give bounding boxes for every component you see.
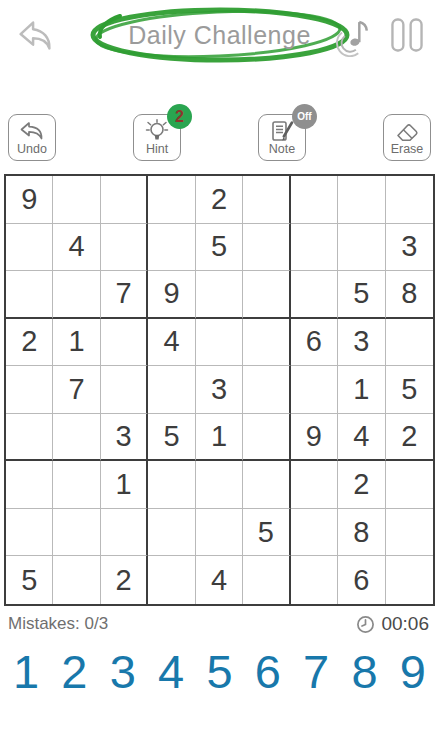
cell-r1c8[interactable] (338, 176, 385, 224)
cell-r4c3[interactable] (101, 319, 148, 367)
numpad-5[interactable]: 5 (206, 645, 232, 699)
cell-r4c5[interactable] (196, 319, 243, 367)
cell-r8c1[interactable] (6, 509, 53, 557)
cell-r8c9[interactable] (386, 509, 433, 557)
cell-r7c3[interactable]: 1 (101, 461, 148, 509)
pause-icon[interactable] (387, 12, 427, 58)
hint-bulb-icon (143, 119, 171, 145)
note-pencil-icon (268, 119, 296, 145)
cell-r3c5[interactable] (196, 271, 243, 319)
erase-label: Erase (391, 143, 424, 157)
cell-r2c9[interactable]: 3 (386, 224, 433, 272)
numpad-7[interactable]: 7 (303, 645, 329, 699)
mistakes-label: Mistakes: (8, 614, 80, 633)
cell-r1c4[interactable] (148, 176, 195, 224)
cell-r9c6[interactable] (243, 556, 290, 604)
numpad-4[interactable]: 4 (158, 645, 184, 699)
cell-r5c6[interactable] (243, 366, 290, 414)
erase-button[interactable]: Erase (383, 114, 431, 161)
cell-r2c2[interactable]: 4 (53, 224, 100, 272)
cell-r8c3[interactable] (101, 509, 148, 557)
cell-r1c2[interactable] (53, 176, 100, 224)
numpad: 123456789 (0, 645, 439, 699)
cell-r8c7[interactable] (291, 509, 338, 557)
numpad-1[interactable]: 1 (13, 645, 39, 699)
cell-r8c2[interactable] (53, 509, 100, 557)
hint-count-badge: 2 (167, 104, 192, 129)
hint-button[interactable]: 2 Hint (133, 114, 181, 161)
mistakes-counter: Mistakes: 0/3 (8, 614, 108, 634)
cell-r9c9[interactable] (386, 556, 433, 604)
top-bar: Daily Challenge (0, 0, 439, 70)
numpad-6[interactable]: 6 (255, 645, 281, 699)
cell-r3c6[interactable] (243, 271, 290, 319)
cell-r2c5[interactable]: 5 (196, 224, 243, 272)
cell-r1c3[interactable] (101, 176, 148, 224)
cell-r3c7[interactable] (291, 271, 338, 319)
cell-r6c1[interactable] (6, 414, 53, 462)
cell-r4c2[interactable]: 1 (53, 319, 100, 367)
undo-button[interactable]: Undo (8, 114, 56, 161)
cell-r6c7[interactable]: 9 (291, 414, 338, 462)
cell-r9c3[interactable]: 2 (101, 556, 148, 604)
back-icon[interactable] (12, 12, 58, 58)
cell-r2c1[interactable] (6, 224, 53, 272)
cell-r6c9[interactable]: 2 (386, 414, 433, 462)
hint-label: Hint (146, 143, 168, 157)
clock-icon (356, 615, 375, 634)
numpad-3[interactable]: 3 (110, 645, 136, 699)
numpad-2[interactable]: 2 (61, 645, 87, 699)
note-label: Note (269, 143, 295, 157)
cell-r7c4[interactable] (148, 461, 195, 509)
cell-r9c4[interactable] (148, 556, 195, 604)
mistakes-value: 0/3 (85, 614, 109, 633)
cell-r3c8[interactable]: 5 (338, 271, 385, 319)
cell-r1c5[interactable]: 2 (196, 176, 243, 224)
cell-r5c7[interactable] (291, 366, 338, 414)
cell-r8c4[interactable] (148, 509, 195, 557)
cell-r4c6[interactable] (243, 319, 290, 367)
note-button[interactable]: Off Note (258, 114, 306, 161)
cell-r9c2[interactable] (53, 556, 100, 604)
cell-r2c6[interactable] (243, 224, 290, 272)
toolbar: Undo 2 Hint Off Note (0, 114, 439, 162)
cell-r2c4[interactable] (148, 224, 195, 272)
cell-r4c4[interactable]: 4 (148, 319, 195, 367)
undo-label: Undo (17, 143, 47, 157)
cell-r2c7[interactable] (291, 224, 338, 272)
undo-icon (18, 119, 46, 143)
cell-r3c4[interactable]: 9 (148, 271, 195, 319)
cell-r8c5[interactable] (196, 509, 243, 557)
cell-r5c8[interactable]: 1 (338, 366, 385, 414)
cell-r1c7[interactable] (291, 176, 338, 224)
note-off-badge: Off (292, 104, 317, 129)
numpad-8[interactable]: 8 (351, 645, 377, 699)
cell-r7c5[interactable] (196, 461, 243, 509)
cell-r3c9[interactable]: 8 (386, 271, 433, 319)
cell-r6c2[interactable] (53, 414, 100, 462)
cell-r4c1[interactable]: 2 (6, 319, 53, 367)
sound-icon[interactable] (331, 13, 375, 57)
cell-r9c5[interactable]: 4 (196, 556, 243, 604)
cell-r8c6[interactable]: 5 (243, 509, 290, 557)
cell-r1c1[interactable]: 9 (6, 176, 53, 224)
cell-r6c5[interactable]: 1 (196, 414, 243, 462)
cell-r4c8[interactable]: 3 (338, 319, 385, 367)
cell-r5c1[interactable] (6, 366, 53, 414)
sudoku-board: 92453795821463731535194212585246 (4, 174, 435, 606)
erase-icon (392, 119, 422, 143)
timer-value: 00:06 (381, 613, 429, 635)
cell-r7c6[interactable] (243, 461, 290, 509)
cell-r6c6[interactable] (243, 414, 290, 462)
cell-r5c2[interactable]: 7 (53, 366, 100, 414)
cell-r7c8[interactable]: 2 (338, 461, 385, 509)
cell-r1c9[interactable] (386, 176, 433, 224)
status-bar: Mistakes: 0/3 00:06 (0, 606, 439, 635)
timer: 00:06 (356, 613, 429, 635)
cell-r2c8[interactable] (338, 224, 385, 272)
cell-r3c3[interactable]: 7 (101, 271, 148, 319)
cell-r6c8[interactable]: 4 (338, 414, 385, 462)
cell-r4c9[interactable] (386, 319, 433, 367)
cell-r1c6[interactable] (243, 176, 290, 224)
cell-r7c1[interactable] (6, 461, 53, 509)
cell-r9c1[interactable]: 5 (6, 556, 53, 604)
cell-r7c2[interactable] (53, 461, 100, 509)
cell-r5c5[interactable]: 3 (196, 366, 243, 414)
cell-r7c9[interactable] (386, 461, 433, 509)
cell-r5c9[interactable]: 5 (386, 366, 433, 414)
cell-r8c8[interactable]: 8 (338, 509, 385, 557)
cell-r7c7[interactable] (291, 461, 338, 509)
cell-r4c7[interactable]: 6 (291, 319, 338, 367)
cell-r6c3[interactable]: 3 (101, 414, 148, 462)
cell-r5c4[interactable] (148, 366, 195, 414)
sudoku-app: Daily Challenge (0, 0, 439, 750)
cell-r3c1[interactable] (6, 271, 53, 319)
cell-r5c3[interactable] (101, 366, 148, 414)
cell-r9c7[interactable] (291, 556, 338, 604)
cell-r3c2[interactable] (53, 271, 100, 319)
numpad-9[interactable]: 9 (400, 645, 426, 699)
cell-r6c4[interactable]: 5 (148, 414, 195, 462)
cell-r2c3[interactable] (101, 224, 148, 272)
cell-r9c8[interactable]: 6 (338, 556, 385, 604)
